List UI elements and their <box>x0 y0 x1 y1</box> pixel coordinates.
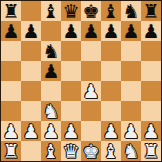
square-f1[interactable]: ♝ <box>101 141 121 161</box>
square-a8[interactable]: ♜ <box>1 1 21 21</box>
chess-board-frame: ♜♝♛♚♝♞♜♟♟♟♟♟♟♟♞♟♟♞♟♟♟♟♟♟♟♜♝♛♚♝♞♜ <box>0 0 162 162</box>
square-d5[interactable] <box>61 61 81 81</box>
white-rook: ♜ <box>142 142 159 161</box>
square-h1[interactable]: ♜ <box>141 141 161 161</box>
square-h5[interactable] <box>141 61 161 81</box>
square-g1[interactable]: ♞ <box>121 141 141 161</box>
square-d7[interactable]: ♟ <box>61 21 81 41</box>
white-pawn: ♟ <box>102 122 119 141</box>
white-pawn: ♟ <box>82 82 99 101</box>
black-pawn: ♟ <box>82 22 99 41</box>
square-b4[interactable] <box>21 81 41 101</box>
square-c7[interactable] <box>41 21 61 41</box>
black-rook: ♜ <box>142 2 159 21</box>
black-pawn: ♟ <box>142 22 159 41</box>
square-b2[interactable]: ♟ <box>21 121 41 141</box>
square-e1[interactable]: ♚ <box>81 141 101 161</box>
white-pawn: ♟ <box>42 122 59 141</box>
white-pawn: ♟ <box>62 122 79 141</box>
square-g5[interactable] <box>121 61 141 81</box>
square-d1[interactable]: ♛ <box>61 141 81 161</box>
square-c2[interactable]: ♟ <box>41 121 61 141</box>
square-e7[interactable]: ♟ <box>81 21 101 41</box>
square-c6[interactable]: ♞ <box>41 41 61 61</box>
square-g2[interactable]: ♟ <box>121 121 141 141</box>
white-queen: ♛ <box>62 142 79 161</box>
square-a2[interactable]: ♟ <box>1 121 21 141</box>
black-knight: ♞ <box>122 2 139 21</box>
white-bishop: ♝ <box>42 142 59 161</box>
white-pawn: ♟ <box>142 122 159 141</box>
square-h7[interactable]: ♟ <box>141 21 161 41</box>
square-f3[interactable] <box>101 101 121 121</box>
square-a1[interactable]: ♜ <box>1 141 21 161</box>
square-a5[interactable] <box>1 61 21 81</box>
square-b3[interactable] <box>21 101 41 121</box>
black-knight: ♞ <box>42 42 59 61</box>
square-d8[interactable]: ♛ <box>61 1 81 21</box>
square-g8[interactable]: ♞ <box>121 1 141 21</box>
square-b5[interactable] <box>21 61 41 81</box>
chess-board: ♜♝♛♚♝♞♜♟♟♟♟♟♟♟♞♟♟♞♟♟♟♟♟♟♟♜♝♛♚♝♞♜ <box>1 1 161 161</box>
white-knight: ♞ <box>122 142 139 161</box>
square-e5[interactable] <box>81 61 101 81</box>
black-king: ♚ <box>82 2 99 21</box>
square-d6[interactable] <box>61 41 81 61</box>
black-pawn: ♟ <box>42 62 59 81</box>
white-bishop: ♝ <box>102 142 119 161</box>
square-e4[interactable]: ♟ <box>81 81 101 101</box>
white-knight: ♞ <box>42 102 59 121</box>
square-d2[interactable]: ♟ <box>61 121 81 141</box>
black-bishop: ♝ <box>42 2 59 21</box>
square-c5[interactable]: ♟ <box>41 61 61 81</box>
black-pawn: ♟ <box>62 22 79 41</box>
square-d4[interactable] <box>61 81 81 101</box>
white-rook: ♜ <box>2 142 19 161</box>
square-b8[interactable] <box>21 1 41 21</box>
black-bishop: ♝ <box>102 2 119 21</box>
square-b1[interactable] <box>21 141 41 161</box>
black-pawn: ♟ <box>22 22 39 41</box>
square-e3[interactable] <box>81 101 101 121</box>
black-pawn: ♟ <box>122 22 139 41</box>
white-pawn: ♟ <box>2 122 19 141</box>
square-a6[interactable] <box>1 41 21 61</box>
square-f8[interactable]: ♝ <box>101 1 121 21</box>
square-b6[interactable] <box>21 41 41 61</box>
black-rook: ♜ <box>2 2 19 21</box>
square-c1[interactable]: ♝ <box>41 141 61 161</box>
square-c4[interactable] <box>41 81 61 101</box>
square-h2[interactable]: ♟ <box>141 121 161 141</box>
white-pawn: ♟ <box>22 122 39 141</box>
square-g3[interactable] <box>121 101 141 121</box>
square-f5[interactable] <box>101 61 121 81</box>
square-h6[interactable] <box>141 41 161 61</box>
black-pawn: ♟ <box>102 22 119 41</box>
square-f7[interactable]: ♟ <box>101 21 121 41</box>
white-king: ♚ <box>82 142 99 161</box>
square-d3[interactable] <box>61 101 81 121</box>
square-g4[interactable] <box>121 81 141 101</box>
white-pawn: ♟ <box>122 122 139 141</box>
black-pawn: ♟ <box>2 22 19 41</box>
square-a7[interactable]: ♟ <box>1 21 21 41</box>
square-a4[interactable] <box>1 81 21 101</box>
square-e8[interactable]: ♚ <box>81 1 101 21</box>
square-g7[interactable]: ♟ <box>121 21 141 41</box>
square-a3[interactable] <box>1 101 21 121</box>
black-queen: ♛ <box>62 2 79 21</box>
square-b7[interactable]: ♟ <box>21 21 41 41</box>
square-e2[interactable] <box>81 121 101 141</box>
square-h3[interactable] <box>141 101 161 121</box>
square-h8[interactable]: ♜ <box>141 1 161 21</box>
square-h4[interactable] <box>141 81 161 101</box>
square-f4[interactable] <box>101 81 121 101</box>
square-f2[interactable]: ♟ <box>101 121 121 141</box>
square-e6[interactable] <box>81 41 101 61</box>
square-g6[interactable] <box>121 41 141 61</box>
square-c3[interactable]: ♞ <box>41 101 61 121</box>
square-c8[interactable]: ♝ <box>41 1 61 21</box>
square-f6[interactable] <box>101 41 121 61</box>
